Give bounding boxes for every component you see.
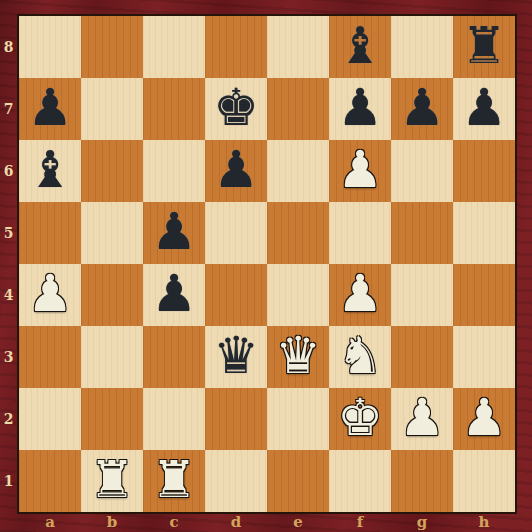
file-label-f: f	[329, 513, 391, 532]
rank-label-4: 4	[0, 264, 17, 326]
white-pawn-piece[interactable]: ♟	[337, 144, 383, 195]
rank-label-3: 3	[0, 326, 17, 388]
square-g3[interactable]	[391, 326, 453, 388]
black-pawn-piece[interactable]: ♟	[399, 82, 445, 133]
white-rook-piece[interactable]: ♜	[151, 454, 197, 505]
square-h8[interactable]: ♜	[453, 16, 515, 78]
white-pawn-piece[interactable]: ♟	[27, 268, 73, 319]
black-bishop-piece[interactable]: ♝	[27, 144, 73, 195]
square-g5[interactable]	[391, 202, 453, 264]
square-c6[interactable]	[143, 140, 205, 202]
square-a2[interactable]	[19, 388, 81, 450]
square-b3[interactable]	[81, 326, 143, 388]
square-d4[interactable]	[205, 264, 267, 326]
square-b6[interactable]	[81, 140, 143, 202]
square-f6[interactable]: ♟	[329, 140, 391, 202]
square-e4[interactable]	[267, 264, 329, 326]
square-e3[interactable]: ♛	[267, 326, 329, 388]
square-a3[interactable]	[19, 326, 81, 388]
square-g2[interactable]: ♟	[391, 388, 453, 450]
file-label-e: e	[267, 513, 329, 532]
square-a8[interactable]	[19, 16, 81, 78]
square-h2[interactable]: ♟	[453, 388, 515, 450]
black-queen-piece[interactable]: ♛	[213, 330, 259, 381]
white-pawn-piece[interactable]: ♟	[337, 268, 383, 319]
square-c5[interactable]: ♟	[143, 202, 205, 264]
square-a4[interactable]: ♟	[19, 264, 81, 326]
white-pawn-piece[interactable]: ♟	[461, 392, 507, 443]
square-c8[interactable]	[143, 16, 205, 78]
square-e2[interactable]	[267, 388, 329, 450]
square-g7[interactable]: ♟	[391, 78, 453, 140]
square-b1[interactable]: ♜	[81, 450, 143, 512]
black-pawn-piece[interactable]: ♟	[27, 82, 73, 133]
square-f1[interactable]	[329, 450, 391, 512]
square-d6[interactable]: ♟	[205, 140, 267, 202]
square-c2[interactable]	[143, 388, 205, 450]
square-b4[interactable]	[81, 264, 143, 326]
square-b7[interactable]	[81, 78, 143, 140]
rank-label-7: 7	[0, 78, 17, 140]
square-g4[interactable]	[391, 264, 453, 326]
white-knight-piece[interactable]: ♞	[337, 330, 383, 381]
square-b5[interactable]	[81, 202, 143, 264]
black-pawn-piece[interactable]: ♟	[151, 268, 197, 319]
square-a6[interactable]: ♝	[19, 140, 81, 202]
square-c3[interactable]	[143, 326, 205, 388]
square-f7[interactable]: ♟	[329, 78, 391, 140]
file-label-h: h	[453, 513, 515, 532]
white-king-piece[interactable]: ♚	[337, 392, 383, 443]
square-g8[interactable]	[391, 16, 453, 78]
square-e7[interactable]	[267, 78, 329, 140]
square-g6[interactable]	[391, 140, 453, 202]
square-h3[interactable]	[453, 326, 515, 388]
square-d5[interactable]	[205, 202, 267, 264]
square-c1[interactable]: ♜	[143, 450, 205, 512]
file-label-c: c	[143, 513, 205, 532]
square-d2[interactable]	[205, 388, 267, 450]
rank-label-2: 2	[0, 388, 17, 450]
square-d7[interactable]: ♚	[205, 78, 267, 140]
black-pawn-piece[interactable]: ♟	[213, 144, 259, 195]
square-h5[interactable]	[453, 202, 515, 264]
board-frame: ♝♜♟♚♟♟♟♝♟♟♟♟♟♟♛♛♞♚♟♟♜♜ 87654321 abcdefgh	[0, 0, 532, 532]
square-g1[interactable]	[391, 450, 453, 512]
file-label-b: b	[81, 513, 143, 532]
square-a5[interactable]	[19, 202, 81, 264]
square-e5[interactable]	[267, 202, 329, 264]
black-pawn-piece[interactable]: ♟	[151, 206, 197, 257]
file-label-g: g	[391, 513, 453, 532]
square-c4[interactable]: ♟	[143, 264, 205, 326]
square-d8[interactable]	[205, 16, 267, 78]
black-pawn-piece[interactable]: ♟	[461, 82, 507, 133]
white-queen-piece[interactable]: ♛	[275, 330, 321, 381]
square-a7[interactable]: ♟	[19, 78, 81, 140]
square-h6[interactable]	[453, 140, 515, 202]
square-h4[interactable]	[453, 264, 515, 326]
square-f8[interactable]: ♝	[329, 16, 391, 78]
white-pawn-piece[interactable]: ♟	[399, 392, 445, 443]
square-h7[interactable]: ♟	[453, 78, 515, 140]
rank-labels: 87654321	[0, 16, 17, 512]
file-label-d: d	[205, 513, 267, 532]
rank-label-8: 8	[0, 16, 17, 78]
square-b8[interactable]	[81, 16, 143, 78]
square-e1[interactable]	[267, 450, 329, 512]
black-bishop-piece[interactable]: ♝	[337, 20, 383, 71]
square-c7[interactable]	[143, 78, 205, 140]
square-a1[interactable]	[19, 450, 81, 512]
square-f4[interactable]: ♟	[329, 264, 391, 326]
square-b2[interactable]	[81, 388, 143, 450]
black-rook-piece[interactable]: ♜	[461, 20, 507, 71]
square-e8[interactable]	[267, 16, 329, 78]
rank-label-1: 1	[0, 450, 17, 512]
square-f5[interactable]	[329, 202, 391, 264]
square-f2[interactable]: ♚	[329, 388, 391, 450]
white-rook-piece[interactable]: ♜	[89, 454, 135, 505]
file-labels: abcdefgh	[19, 513, 515, 532]
black-king-piece[interactable]: ♚	[213, 82, 259, 133]
chess-board: ♝♜♟♚♟♟♟♝♟♟♟♟♟♟♛♛♞♚♟♟♜♜	[17, 14, 517, 514]
square-e6[interactable]	[267, 140, 329, 202]
rank-label-5: 5	[0, 202, 17, 264]
square-d1[interactable]	[205, 450, 267, 512]
black-pawn-piece[interactable]: ♟	[337, 82, 383, 133]
square-f3[interactable]: ♞	[329, 326, 391, 388]
file-label-a: a	[19, 513, 81, 532]
rank-label-6: 6	[0, 140, 17, 202]
square-d3[interactable]: ♛	[205, 326, 267, 388]
square-h1[interactable]	[453, 450, 515, 512]
